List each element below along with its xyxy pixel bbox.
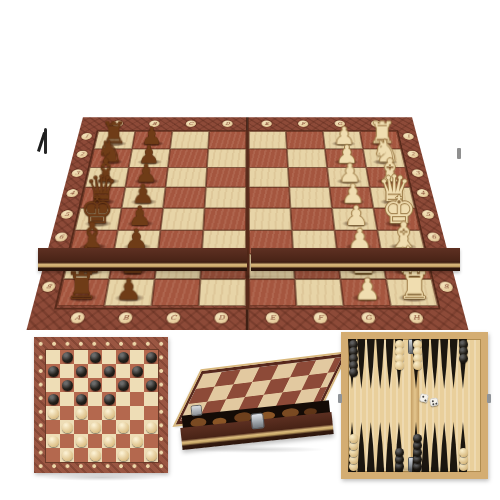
checkers-square (116, 392, 130, 406)
board-square (295, 279, 344, 306)
checkers-square (88, 378, 102, 392)
checkers-square (130, 448, 144, 462)
backgammon-checker-stack (395, 340, 404, 370)
checkers-square (144, 406, 158, 420)
backgammon-point (367, 422, 375, 472)
checkers-square (116, 406, 130, 420)
coordinate-medallion: E (261, 120, 271, 126)
checkers-square (144, 350, 158, 364)
backgammon-point (450, 339, 458, 389)
checker-black (104, 366, 115, 377)
checkers-square (144, 392, 158, 406)
checkers-square (46, 392, 60, 406)
checkers-square (60, 420, 74, 434)
backgammon-board-photo (341, 332, 488, 479)
backgammon-checker-light (395, 361, 404, 370)
checker-light (104, 408, 115, 419)
checker-light (48, 408, 59, 419)
checkers-square (116, 448, 130, 462)
board-square: ♜ (57, 279, 109, 306)
checkers-board (45, 349, 159, 463)
checkers-square (102, 434, 116, 448)
coordinate-medallion: 6 (54, 233, 68, 242)
checkers-square (102, 420, 116, 434)
board-square (170, 131, 209, 149)
board-square (290, 208, 334, 230)
checkers-square (102, 392, 116, 406)
board-square (288, 168, 329, 188)
board-square (163, 187, 206, 208)
coordinate-medallion: G (361, 312, 376, 323)
checkers-square (46, 406, 60, 420)
checker-black (146, 352, 157, 363)
backgammon-point (431, 422, 439, 472)
checkers-square (74, 420, 88, 434)
clasp-nub-left (338, 394, 342, 403)
board-square (249, 149, 288, 168)
checkers-square (46, 448, 60, 462)
checker-black (62, 352, 73, 363)
coordinate-medallion: F (298, 120, 309, 126)
coordinate-medallion: 2 (76, 151, 88, 158)
board-square (205, 187, 247, 208)
checker-light (48, 436, 59, 447)
backgammon-checker-light (413, 361, 422, 370)
coordinate-medallion: A (70, 312, 86, 323)
board-square (199, 279, 246, 306)
checkers-square (74, 378, 88, 392)
backgammon-point (386, 422, 394, 472)
checker-black (76, 394, 87, 405)
checkers-square (60, 392, 74, 406)
die-icon (429, 397, 438, 406)
board-square (289, 187, 332, 208)
board-square: ♜ (386, 279, 438, 306)
checkers-square (130, 364, 144, 378)
checkers-square (102, 448, 116, 462)
backgammon-point (376, 422, 384, 472)
backgammon-checker-light (349, 434, 358, 443)
checkers-square (102, 378, 116, 392)
backgammon-checker-black (395, 448, 404, 457)
checker-light (146, 422, 157, 433)
backgammon-checker-stack (413, 340, 422, 370)
checker-black (104, 394, 115, 405)
backgammon-checker-stack (459, 340, 468, 363)
coordinate-medallion: 1 (402, 133, 414, 140)
main-chess-photo: ♜♟♞♟♝♟♛♟♚♟♝♟♞♟♜♟12345678AABBCCDD ♟♜♟♞♟♝♟… (52, 48, 443, 348)
checker-black (118, 380, 129, 391)
backgammon-point (431, 339, 439, 389)
coordinate-medallion: 1 (80, 133, 92, 140)
checker-light (62, 450, 73, 461)
backgammon-point (357, 422, 365, 472)
coordinate-medallion: B (118, 312, 133, 323)
checkers-square (60, 406, 74, 420)
backgammon-point (386, 339, 394, 389)
checkers-square (130, 420, 144, 434)
coordinate-medallion: H (408, 312, 424, 323)
backgammon-shadow (348, 466, 468, 473)
board-square (160, 208, 204, 230)
backgammon-checker-light (459, 448, 468, 457)
checker-light (118, 450, 129, 461)
coordinate-medallion: 5 (421, 210, 435, 218)
board-square (286, 131, 325, 149)
board-square (249, 208, 292, 230)
checkers-square (88, 392, 102, 406)
backgammon-point (357, 339, 365, 389)
checkers-square (144, 364, 158, 378)
checkers-square (88, 350, 102, 364)
checkers-square (102, 350, 116, 364)
coordinate-medallion: 2 (407, 151, 419, 158)
checkers-square (88, 434, 102, 448)
backgammon-point (367, 339, 375, 389)
checkers-square (144, 448, 158, 462)
chess-board-right-half: ♟♜♟♞♟♝♟♛♟♚♟♝♟♞♟♜12345678EEFFGGHH (248, 117, 469, 330)
board-square: ♟ (104, 279, 154, 306)
board-square (206, 168, 246, 188)
clasp-hook-right (457, 148, 461, 159)
board-square (287, 149, 327, 168)
checkers-square (130, 406, 144, 420)
checkers-square (60, 378, 74, 392)
checker-black (90, 352, 101, 363)
coordinate-medallion: 3 (411, 169, 424, 177)
backgammon-point (376, 339, 384, 389)
board-square (249, 279, 296, 306)
checkers-square (130, 378, 144, 392)
backgammon-point (421, 339, 429, 389)
backgammon-point (440, 339, 448, 389)
checker-light (118, 422, 129, 433)
chess-board: ♜♟♞♟♝♟♛♟♚♟♝♟♞♟♜♟12345678AABBCCDD ♟♜♟♞♟♝♟… (27, 117, 469, 330)
checkers-square (60, 364, 74, 378)
backgammon-checker-black (349, 368, 358, 377)
checker-light (62, 422, 73, 433)
board-square (151, 279, 200, 306)
board-square (249, 131, 287, 149)
checkers-square (144, 420, 158, 434)
checkers-square (102, 406, 116, 420)
checkers-square (102, 364, 116, 378)
checker-light (146, 450, 157, 461)
checkers-square (144, 434, 158, 448)
die-icon (419, 393, 429, 403)
checker-black (48, 366, 59, 377)
coordinate-medallion: D (222, 120, 232, 126)
board-square (208, 131, 246, 149)
checkers-square (74, 392, 88, 406)
backgammon-checker-black (459, 354, 468, 363)
board-square (249, 187, 291, 208)
checkers-square (130, 392, 144, 406)
checker-black (62, 380, 73, 391)
coordinate-medallion: D (214, 312, 228, 323)
box-side-right (251, 248, 460, 271)
checkers-square (46, 420, 60, 434)
hinge-icon (192, 406, 202, 416)
backgammon-checker-black (413, 434, 422, 443)
coordinate-medallion: F (313, 312, 327, 323)
checkers-square (116, 350, 130, 364)
backgammon-point (450, 422, 458, 472)
coordinate-medallion: C (166, 312, 180, 323)
checkers-square (88, 448, 102, 462)
checker-light (90, 450, 101, 461)
checker-black (118, 352, 129, 363)
checkers-square (46, 378, 60, 392)
checkers-square (60, 434, 74, 448)
checkers-square (74, 406, 88, 420)
checkers-square (88, 406, 102, 420)
checkers-square (74, 434, 88, 448)
board-square (207, 149, 246, 168)
box-side-left (38, 248, 247, 271)
coordinate-medallion: 4 (66, 189, 79, 197)
checkers-square (60, 350, 74, 364)
checker-black (90, 380, 101, 391)
checkers-square (88, 364, 102, 378)
coordinate-medallion: 5 (60, 210, 74, 218)
checker-light (90, 422, 101, 433)
box-shadow (186, 446, 326, 453)
board-square (168, 149, 208, 168)
checker-black (76, 366, 87, 377)
coordinate-medallion: 6 (427, 233, 441, 242)
board-shadow (60, 272, 440, 281)
clasp-hook-left (44, 128, 47, 154)
checker-black (48, 394, 59, 405)
checkers-square (74, 350, 88, 364)
coordinate-medallion: 3 (71, 169, 84, 177)
checkers-square (60, 448, 74, 462)
coordinate-medallion: 8 (41, 282, 56, 292)
board-square (166, 168, 207, 188)
coordinate-medallion: 4 (416, 189, 429, 197)
checker-light (104, 436, 115, 447)
checkers-square (88, 420, 102, 434)
checkers-square (116, 434, 130, 448)
checkers-square (46, 364, 60, 378)
backgammon-point (440, 422, 448, 472)
board-square (203, 208, 246, 230)
checkers-square (116, 364, 130, 378)
product-photo-canvas: ♜♟♞♟♝♟♛♟♚♟♝♟♞♟♜♟12345678AABBCCDD ♟♜♟♞♟♝♟… (0, 0, 500, 500)
coordinate-medallion: 8 (439, 282, 454, 292)
board-square (249, 168, 289, 188)
coordinate-medallion: E (266, 312, 280, 323)
checkers-square (74, 364, 88, 378)
coordinate-medallion: C (186, 120, 197, 126)
checkers-square (74, 448, 88, 462)
checker-black (146, 380, 157, 391)
checkers-square (144, 378, 158, 392)
checkers-shadow (40, 474, 164, 481)
checkers-square (46, 350, 60, 364)
checkers-square (130, 434, 144, 448)
chess-board-left-half: ♜♟♞♟♝♟♛♟♚♟♝♟♞♟♜♟12345678AABBCCDD (27, 117, 249, 330)
checkers-square (116, 378, 130, 392)
checker-light (76, 436, 87, 447)
checkers-square (116, 420, 130, 434)
checkers-square (130, 350, 144, 364)
checker-light (132, 436, 143, 447)
checker-light (76, 408, 87, 419)
checkers-board-photo (34, 337, 168, 473)
backgammon-checker-stack (349, 340, 358, 377)
checker-black (132, 366, 143, 377)
clasp-nub-right (487, 394, 491, 403)
board-square: ♟ (340, 279, 390, 306)
clasp-icon (251, 413, 263, 428)
backgammon-point (421, 422, 429, 472)
checkers-square (46, 434, 60, 448)
